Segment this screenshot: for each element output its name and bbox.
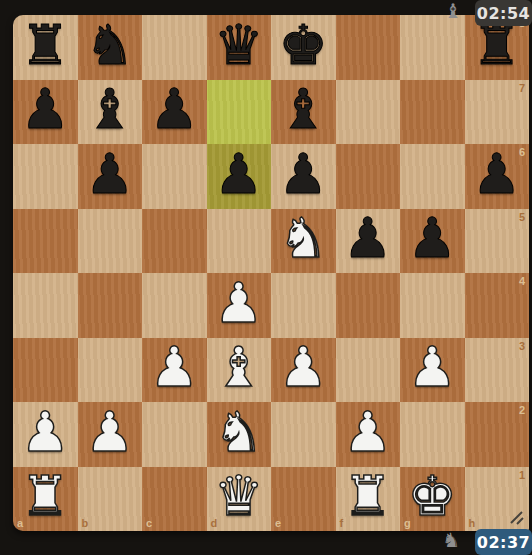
- piece-white-pawn[interactable]: ♟: [279, 340, 328, 395]
- square-c7[interactable]: ♟: [142, 80, 207, 145]
- coord-rank-6: 6: [519, 146, 525, 158]
- piece-white-queen[interactable]: ♛: [214, 469, 263, 524]
- coord-rank-5: 5: [519, 211, 525, 223]
- square-e2[interactable]: [271, 402, 336, 467]
- square-g3[interactable]: ♟: [400, 338, 465, 403]
- piece-white-king[interactable]: ♚: [408, 469, 457, 524]
- square-f2[interactable]: ♟: [336, 402, 401, 467]
- square-a4[interactable]: [13, 273, 78, 338]
- piece-black-pawn[interactable]: ♟: [214, 147, 263, 202]
- square-e6[interactable]: ♟: [271, 144, 336, 209]
- piece-black-queen[interactable]: ♛: [214, 18, 263, 73]
- square-d7[interactable]: [207, 80, 272, 145]
- piece-black-pawn[interactable]: ♟: [343, 211, 392, 266]
- piece-black-rook[interactable]: ♜: [21, 18, 70, 73]
- piece-white-pawn[interactable]: ♟: [150, 340, 199, 395]
- square-f4[interactable]: [336, 273, 401, 338]
- square-e4[interactable]: [271, 273, 336, 338]
- square-h7[interactable]: 7: [465, 80, 530, 145]
- coord-file-g: g: [404, 517, 411, 529]
- coord-file-a: a: [17, 517, 23, 529]
- square-d2[interactable]: ♞: [207, 402, 272, 467]
- square-b6[interactable]: ♟: [78, 144, 143, 209]
- piece-white-knight[interactable]: ♞: [279, 211, 328, 266]
- square-b1[interactable]: b: [78, 467, 143, 532]
- piece-white-pawn[interactable]: ♟: [343, 405, 392, 460]
- opponent-clock: 02:54: [475, 0, 532, 26]
- game-screen: ♝ 02:54 ♜♞♛♚♜8♟♝♟♝7♟♟♟♟6♞♟♟5♟4♟♝♟♟3♟♟♞♟2…: [0, 0, 532, 555]
- square-f8[interactable]: [336, 15, 401, 80]
- piece-black-pawn[interactable]: ♟: [472, 147, 521, 202]
- square-g2[interactable]: [400, 402, 465, 467]
- square-c6[interactable]: [142, 144, 207, 209]
- square-a1[interactable]: ♜a: [13, 467, 78, 532]
- square-d3[interactable]: ♝: [207, 338, 272, 403]
- square-b3[interactable]: [78, 338, 143, 403]
- square-e3[interactable]: ♟: [271, 338, 336, 403]
- square-b7[interactable]: ♝: [78, 80, 143, 145]
- square-h2[interactable]: 2: [465, 402, 530, 467]
- square-g7[interactable]: [400, 80, 465, 145]
- coord-rank-7: 7: [519, 82, 525, 94]
- coord-rank-4: 4: [519, 275, 525, 287]
- square-g4[interactable]: [400, 273, 465, 338]
- square-a3[interactable]: [13, 338, 78, 403]
- board-resize-handle[interactable]: [505, 506, 525, 526]
- coord-rank-2: 2: [519, 404, 525, 416]
- square-d6[interactable]: ♟: [207, 144, 272, 209]
- piece-white-knight[interactable]: ♞: [214, 405, 263, 460]
- square-g6[interactable]: [400, 144, 465, 209]
- piece-white-bishop[interactable]: ♝: [214, 340, 263, 395]
- piece-white-rook[interactable]: ♜: [21, 469, 70, 524]
- square-f6[interactable]: [336, 144, 401, 209]
- square-c8[interactable]: [142, 15, 207, 80]
- square-c5[interactable]: [142, 209, 207, 274]
- square-a2[interactable]: ♟: [13, 402, 78, 467]
- coord-file-e: e: [275, 517, 281, 529]
- coord-rank-3: 3: [519, 340, 525, 352]
- piece-white-pawn[interactable]: ♟: [85, 405, 134, 460]
- coord-rank-1: 1: [519, 469, 525, 481]
- piece-black-king[interactable]: ♚: [279, 18, 328, 73]
- square-h6[interactable]: ♟6: [465, 144, 530, 209]
- square-d8[interactable]: ♛: [207, 15, 272, 80]
- piece-white-pawn[interactable]: ♟: [21, 405, 70, 460]
- square-g5[interactable]: ♟: [400, 209, 465, 274]
- square-c3[interactable]: ♟: [142, 338, 207, 403]
- square-f3[interactable]: [336, 338, 401, 403]
- coord-file-d: d: [211, 517, 218, 529]
- piece-black-pawn[interactable]: ♟: [408, 211, 457, 266]
- square-a7[interactable]: ♟: [13, 80, 78, 145]
- captured-knight-icon: ♞: [440, 529, 462, 551]
- piece-black-pawn[interactable]: ♟: [85, 147, 134, 202]
- chess-board[interactable]: ♜♞♛♚♜8♟♝♟♝7♟♟♟♟6♞♟♟5♟4♟♝♟♟3♟♟♞♟2♜abc♛de♜…: [13, 15, 529, 531]
- square-g1[interactable]: ♚g: [400, 467, 465, 532]
- square-h4[interactable]: 4: [465, 273, 530, 338]
- square-b4[interactable]: [78, 273, 143, 338]
- piece-black-bishop[interactable]: ♝: [279, 82, 328, 137]
- coord-file-h: h: [469, 517, 476, 529]
- coord-file-b: b: [82, 517, 89, 529]
- square-g8[interactable]: [400, 15, 465, 80]
- square-c1[interactable]: c: [142, 467, 207, 532]
- square-e5[interactable]: ♞: [271, 209, 336, 274]
- coord-file-f: f: [340, 517, 344, 529]
- square-f5[interactable]: ♟: [336, 209, 401, 274]
- piece-black-pawn[interactable]: ♟: [21, 82, 70, 137]
- square-b2[interactable]: ♟: [78, 402, 143, 467]
- piece-white-rook[interactable]: ♜: [343, 469, 392, 524]
- square-d1[interactable]: ♛d: [207, 467, 272, 532]
- square-e7[interactable]: ♝: [271, 80, 336, 145]
- square-d5[interactable]: [207, 209, 272, 274]
- square-a8[interactable]: ♜: [13, 15, 78, 80]
- piece-black-pawn[interactable]: ♟: [279, 147, 328, 202]
- square-h3[interactable]: 3: [465, 338, 530, 403]
- player-clock: 02:37: [475, 529, 532, 555]
- square-b8[interactable]: ♞: [78, 15, 143, 80]
- square-e8[interactable]: ♚: [271, 15, 336, 80]
- square-a6[interactable]: [13, 144, 78, 209]
- piece-white-pawn[interactable]: ♟: [408, 340, 457, 395]
- piece-white-pawn[interactable]: ♟: [214, 276, 263, 331]
- square-f1[interactable]: ♜f: [336, 467, 401, 532]
- coord-file-c: c: [146, 517, 152, 529]
- square-a5[interactable]: [13, 209, 78, 274]
- piece-black-knight[interactable]: ♞: [85, 18, 134, 73]
- square-e1[interactable]: e: [271, 467, 336, 532]
- square-c2[interactable]: [142, 402, 207, 467]
- square-d4[interactable]: ♟: [207, 273, 272, 338]
- piece-black-rook[interactable]: ♜: [472, 18, 521, 73]
- square-h5[interactable]: 5: [465, 209, 530, 274]
- piece-black-bishop[interactable]: ♝: [85, 82, 134, 137]
- piece-black-pawn[interactable]: ♟: [150, 82, 199, 137]
- captured-bishop-icon: ♝: [442, 0, 464, 22]
- square-b5[interactable]: [78, 209, 143, 274]
- square-c4[interactable]: [142, 273, 207, 338]
- square-f7[interactable]: [336, 80, 401, 145]
